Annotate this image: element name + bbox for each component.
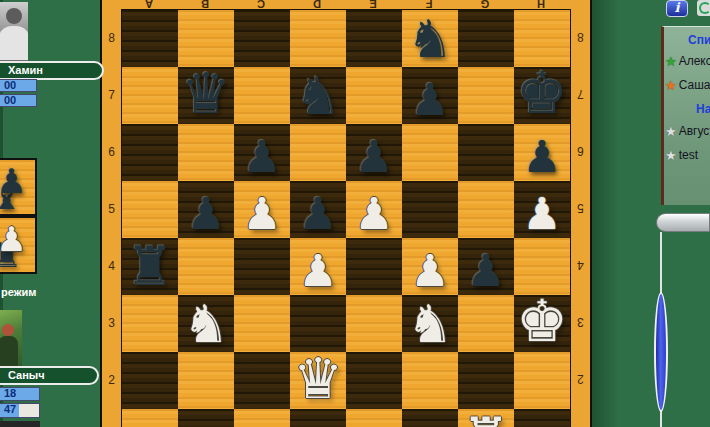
player-list-item[interactable]: ★ АлексС: [665, 53, 710, 69]
file-label: A: [121, 0, 177, 9]
square-f3[interactable]: ♞: [402, 295, 458, 352]
observer-list-item[interactable]: ★ test: [665, 147, 698, 163]
square-b3[interactable]: ♞: [178, 295, 234, 352]
square-h6[interactable]: ♟: [514, 124, 570, 181]
square-c8[interactable]: [234, 10, 290, 67]
info-button[interactable]: i: [666, 0, 688, 17]
top-player-clock-1: 00: [0, 79, 37, 92]
white-pawn-d4[interactable]: ♟: [290, 249, 346, 293]
captured-piece: ♟: [0, 222, 35, 256]
square-g6[interactable]: [458, 124, 514, 181]
square-g4[interactable]: ♟: [458, 238, 514, 295]
square-e6[interactable]: ♟: [346, 124, 402, 181]
green-star-icon: ★: [665, 55, 677, 68]
game-screen: { "game": "chess", "position": { "fen": …: [0, 0, 710, 427]
square-b2[interactable]: [178, 352, 234, 409]
white-star-icon: ★: [665, 149, 677, 162]
square-b5[interactable]: ♟: [178, 181, 234, 238]
square-h3[interactable]: ♚: [514, 295, 570, 352]
black-pawn-c6[interactable]: ♟: [234, 135, 290, 179]
square-a8[interactable]: [122, 10, 178, 67]
vertical-scroll-thumb[interactable]: [654, 292, 668, 412]
square-c2[interactable]: [234, 352, 290, 409]
square-e5[interactable]: ♟: [346, 181, 402, 238]
black-king-h7[interactable]: ♚: [514, 64, 570, 122]
rank-label: 7: [571, 66, 590, 123]
square-b1[interactable]: [178, 409, 234, 427]
rank-label: 3: [102, 294, 121, 351]
square-c4[interactable]: [234, 238, 290, 295]
file-label: D: [289, 0, 345, 9]
top-player-avatar: [0, 2, 28, 62]
player-list-header: Спи: [688, 33, 710, 47]
square-d3[interactable]: [290, 295, 346, 352]
black-rook-a4[interactable]: ♜: [122, 239, 178, 293]
player-list-item[interactable]: ★ Саша_: [665, 77, 710, 93]
rank-label: 1: [571, 408, 590, 427]
black-pawn-h6[interactable]: ♟: [514, 135, 570, 179]
observers-header: На: [696, 102, 710, 116]
rank-label: 8: [102, 9, 121, 66]
white-pawn-c5[interactable]: ♟: [234, 192, 290, 236]
white-rook-g1[interactable]: ♜: [458, 410, 514, 427]
file-label: C: [233, 0, 289, 9]
square-a2[interactable]: [122, 352, 178, 409]
observer-name: test: [679, 148, 698, 162]
file-label: B: [177, 0, 233, 9]
square-a6[interactable]: [122, 124, 178, 181]
rank-label: 6: [571, 123, 590, 180]
rank-label: 6: [102, 123, 121, 180]
player-name: Саша_: [679, 78, 710, 92]
refresh-icon: [699, 2, 710, 14]
square-f1[interactable]: [402, 409, 458, 427]
rank-label: 3: [571, 294, 590, 351]
square-d6[interactable]: [290, 124, 346, 181]
square-e7[interactable]: [346, 67, 402, 124]
white-king-h3[interactable]: ♚: [514, 292, 570, 350]
square-h2[interactable]: [514, 352, 570, 409]
observer-name: Августи: [679, 124, 710, 138]
black-pawn-f7[interactable]: ♟: [402, 78, 458, 122]
rank-label: 5: [102, 180, 121, 237]
white-knight-f3[interactable]: ♞: [402, 298, 458, 350]
bottom-player-name-badge: Саныч: [0, 366, 99, 385]
white-star-icon: ★: [665, 125, 677, 138]
captured-piece: ♟: [0, 164, 35, 198]
square-g1[interactable]: ♜: [458, 409, 514, 427]
rank-label: 1: [102, 408, 121, 427]
square-c3[interactable]: [234, 295, 290, 352]
square-f2[interactable]: [402, 352, 458, 409]
black-knight-f8[interactable]: ♞: [402, 13, 458, 65]
top-player-clock-2: 00: [0, 94, 37, 107]
captured-pieces-tray-black: ♝♟: [0, 158, 37, 216]
square-c5[interactable]: ♟: [234, 181, 290, 238]
rank-label: 5: [571, 180, 590, 237]
black-pawn-d5[interactable]: ♟: [290, 192, 346, 236]
square-f6[interactable]: [402, 124, 458, 181]
white-pawn-f4[interactable]: ♟: [402, 249, 458, 293]
captured-pieces-tray-white: ♜♟: [0, 216, 37, 274]
bottom-player-avatar: [0, 310, 22, 367]
bottom-player-clock-1: 18: [0, 387, 40, 401]
black-pawn-e6[interactable]: ♟: [346, 135, 402, 179]
square-d7[interactable]: ♞: [290, 67, 346, 124]
horizontal-scrollbar[interactable]: [656, 213, 710, 232]
square-c1[interactable]: [234, 409, 290, 427]
bottom-player-clock-2: 47: [0, 403, 40, 418]
square-d5[interactable]: ♟: [290, 181, 346, 238]
square-e8[interactable]: [346, 10, 402, 67]
square-h7[interactable]: ♚: [514, 67, 570, 124]
bottom-left-cropped-element: [0, 421, 40, 427]
square-a4[interactable]: ♜: [122, 238, 178, 295]
square-h8[interactable]: [514, 10, 570, 67]
file-label: G: [457, 0, 513, 9]
square-a3[interactable]: [122, 295, 178, 352]
white-knight-b3[interactable]: ♞: [178, 298, 234, 350]
square-g5[interactable]: [458, 181, 514, 238]
file-label: H: [513, 0, 569, 9]
rank-label: 7: [102, 66, 121, 123]
square-e4[interactable]: [346, 238, 402, 295]
square-b8[interactable]: [178, 10, 234, 67]
square-d4[interactable]: ♟: [290, 238, 346, 295]
square-a1[interactable]: [122, 409, 178, 427]
observer-list-item[interactable]: ★ Августи: [665, 123, 710, 139]
file-labels-top: ABCDEFGH: [121, 0, 571, 9]
square-h4[interactable]: [514, 238, 570, 295]
white-pawn-h5[interactable]: ♟: [514, 192, 570, 236]
rank-label: 2: [102, 351, 121, 408]
black-queen-b7[interactable]: ♛: [178, 66, 234, 122]
file-label: F: [401, 0, 457, 9]
game-mode-label: режим: [1, 286, 36, 298]
white-pawn-e5[interactable]: ♟: [346, 192, 402, 236]
square-f5[interactable]: [402, 181, 458, 238]
orange-star-icon: ★: [665, 79, 677, 92]
square-h5[interactable]: ♟: [514, 181, 570, 238]
black-knight-d7[interactable]: ♞: [290, 70, 346, 122]
square-g3[interactable]: [458, 295, 514, 352]
chess-board: ABCDEFGH 87654321 87654321 ♞♛♞♟♚♟♟♟♟♟♟♟♟…: [100, 0, 592, 427]
rank-label: 2: [571, 351, 590, 408]
rank-labels-right: 87654321: [571, 9, 590, 427]
square-e3[interactable]: [346, 295, 402, 352]
square-e1[interactable]: [346, 409, 402, 427]
square-c6[interactable]: ♟: [234, 124, 290, 181]
bottom-player-name: Саныч: [8, 369, 45, 381]
square-g8[interactable]: [458, 10, 514, 67]
square-f8[interactable]: ♞: [402, 10, 458, 67]
square-f4[interactable]: ♟: [402, 238, 458, 295]
black-pawn-b5[interactable]: ♟: [178, 192, 234, 236]
file-label: E: [345, 0, 401, 9]
rank-label: 8: [571, 9, 590, 66]
square-c7[interactable]: [234, 67, 290, 124]
player-name: АлексС: [679, 54, 710, 68]
square-b4[interactable]: [178, 238, 234, 295]
board-squares: ♞♛♞♟♚♟♟♟♟♟♟♟♟♜♟♟♟♞♞♚♛♜: [121, 9, 571, 427]
square-f7[interactable]: ♟: [402, 67, 458, 124]
refresh-button[interactable]: [697, 0, 710, 16]
rank-label: 4: [102, 237, 121, 294]
white-queen-d2[interactable]: ♛: [290, 351, 346, 407]
black-pawn-g4[interactable]: ♟: [458, 249, 514, 293]
square-h1[interactable]: [514, 409, 570, 427]
square-e2[interactable]: [346, 352, 402, 409]
square-b6[interactable]: [178, 124, 234, 181]
square-d1[interactable]: [290, 409, 346, 427]
rank-label: 4: [571, 237, 590, 294]
top-player-name-badge: Хамин: [0, 61, 104, 80]
square-a7[interactable]: [122, 67, 178, 124]
square-g7[interactable]: [458, 67, 514, 124]
square-d8[interactable]: [290, 10, 346, 67]
square-g2[interactable]: [458, 352, 514, 409]
square-d2[interactable]: ♛: [290, 352, 346, 409]
player-list-panel: Спи ★ АлексС ★ Саша_ На ★ Августи ★ test: [661, 26, 710, 205]
top-player-name: Хамин: [8, 64, 43, 76]
square-a5[interactable]: [122, 181, 178, 238]
square-b7[interactable]: ♛: [178, 67, 234, 124]
rank-labels-left: 87654321: [102, 9, 121, 427]
